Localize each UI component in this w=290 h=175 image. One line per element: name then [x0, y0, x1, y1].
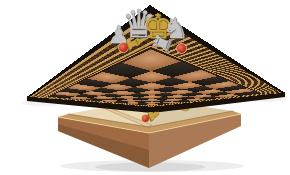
- gold-bishop-fallen-piece[interactable]: ♝: [117, 35, 153, 55]
- fallen-piece-body: ♝: [121, 31, 148, 56]
- chess-set-photo: ♟ ♛ ♚ ♞ ♝ ♜ ♟: [0, 0, 290, 175]
- fallen-piece-body: ♜: [150, 31, 177, 56]
- silver-rook-fallen-piece[interactable]: ♜: [151, 35, 187, 55]
- red-felt-base: [176, 43, 187, 54]
- gold-pawn-in-box-piece[interactable]: ♟: [141, 108, 171, 126]
- fallen-piece-body: ♟: [145, 106, 163, 123]
